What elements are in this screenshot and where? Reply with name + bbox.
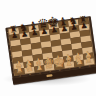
black-pawn[interactable]: ♟: [11, 32, 19, 41]
black-pawn[interactable]: ♟: [40, 28, 48, 37]
white-rook[interactable]: ♜: [84, 55, 93, 65]
black-pawn[interactable]: ♟: [30, 29, 38, 38]
black-pawn[interactable]: ♟: [70, 23, 78, 32]
white-rook[interactable]: ♜: [15, 65, 24, 75]
white-knight[interactable]: ♞: [74, 56, 84, 67]
square-e1[interactable]: ♚: [54, 63, 65, 70]
black-pawn[interactable]: ♟: [50, 26, 58, 35]
board-tilt-wrapper: 87654321 ♜♞♝♛♚♝♞♜♟♟♟♟♟♟♟♟♟♟♟♟♟♟♟♟♜♞♝♛♚♝♞…: [5, 16, 96, 83]
black-pawn[interactable]: ♟: [80, 22, 88, 31]
board-frame: 87654321 ♜♞♝♛♚♝♞♜♟♟♟♟♟♟♟♟♟♟♟♟♟♟♟♟♜♞♝♛♚♝♞…: [5, 16, 96, 85]
square-f1[interactable]: ♝: [64, 61, 75, 68]
black-pawn[interactable]: ♟: [60, 25, 68, 34]
white-bishop[interactable]: ♝: [63, 56, 74, 68]
latch: [46, 74, 52, 77]
black-pawn[interactable]: ♟: [20, 30, 28, 39]
chess-set-photo: 87654321 ♜♞♝♛♚♝♞♜♟♟♟♟♟♟♟♟♟♟♟♟♟♟♟♟♜♞♝♛♚♝♞…: [0, 0, 96, 96]
